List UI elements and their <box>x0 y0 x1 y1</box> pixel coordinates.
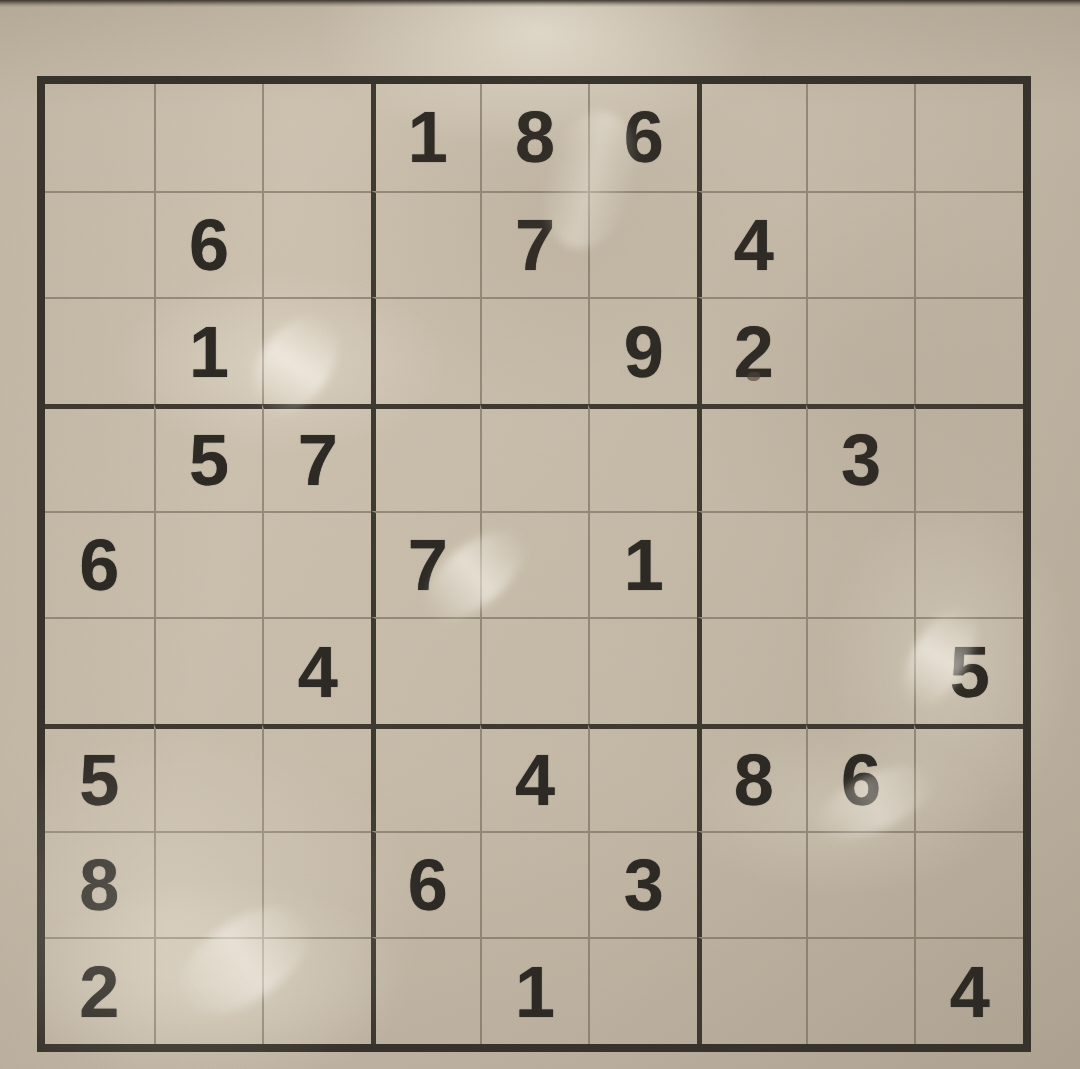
cell-r9c6[interactable] <box>588 937 697 1044</box>
cell-r8c6[interactable]: 3 <box>588 831 697 938</box>
cell-r8c5[interactable] <box>480 831 589 938</box>
cell-r4c2[interactable]: 5 <box>154 404 263 511</box>
cell-r5c5[interactable] <box>480 511 589 618</box>
cell-r3c1[interactable] <box>45 297 154 404</box>
cell-r5c8[interactable] <box>806 511 915 618</box>
cell-r5c6[interactable]: 1 <box>588 511 697 618</box>
photo-edge-shadow <box>0 0 1080 7</box>
cell-r2c6[interactable] <box>588 191 697 298</box>
cell-r2c1[interactable] <box>45 191 154 298</box>
cell-r2c7[interactable]: 4 <box>697 191 806 298</box>
cell-r1c7[interactable] <box>697 84 806 191</box>
cell-r5c2[interactable] <box>154 511 263 618</box>
cell-r2c3[interactable] <box>262 191 371 298</box>
cell-r1c2[interactable] <box>154 84 263 191</box>
cell-r2c2[interactable]: 6 <box>154 191 263 298</box>
cell-r7c9[interactable] <box>914 724 1023 831</box>
cell-r1c5[interactable]: 8 <box>480 84 589 191</box>
cell-r9c5[interactable]: 1 <box>480 937 589 1044</box>
cell-r3c7[interactable]: 2 <box>697 297 806 404</box>
cell-r8c3[interactable] <box>262 831 371 938</box>
cell-r1c9[interactable] <box>914 84 1023 191</box>
cell-r8c8[interactable] <box>806 831 915 938</box>
cell-r3c6[interactable]: 9 <box>588 297 697 404</box>
cell-r6c6[interactable] <box>588 617 697 724</box>
cell-r3c8[interactable] <box>806 297 915 404</box>
cell-r8c1[interactable]: 8 <box>45 831 154 938</box>
cell-r1c8[interactable] <box>806 84 915 191</box>
cell-r3c2[interactable]: 1 <box>154 297 263 404</box>
cell-r1c4[interactable]: 1 <box>371 84 480 191</box>
cell-r9c1[interactable]: 2 <box>45 937 154 1044</box>
cell-r7c2[interactable] <box>154 724 263 831</box>
cell-r9c3[interactable] <box>262 937 371 1044</box>
cell-r4c5[interactable] <box>480 404 589 511</box>
cell-r2c5[interactable]: 7 <box>480 191 589 298</box>
cell-r4c6[interactable] <box>588 404 697 511</box>
cell-r4c7[interactable] <box>697 404 806 511</box>
cell-r6c1[interactable] <box>45 617 154 724</box>
cell-r7c5[interactable]: 4 <box>480 724 589 831</box>
cell-r3c4[interactable] <box>371 297 480 404</box>
cell-r7c6[interactable] <box>588 724 697 831</box>
cell-r3c5[interactable] <box>480 297 589 404</box>
cell-r2c8[interactable] <box>806 191 915 298</box>
cell-r6c5[interactable] <box>480 617 589 724</box>
cell-r3c3[interactable] <box>262 297 371 404</box>
paper-photo: { "game": "sudoku", "grid_size": 9, "pos… <box>0 0 1080 1069</box>
cell-r1c3[interactable] <box>262 84 371 191</box>
cell-r9c4[interactable] <box>371 937 480 1044</box>
cell-r4c9[interactable] <box>914 404 1023 511</box>
sudoku-board: 186674192573671455486863214 <box>37 76 1031 1052</box>
cell-r8c7[interactable] <box>697 831 806 938</box>
cell-r6c7[interactable] <box>697 617 806 724</box>
cell-r6c3[interactable]: 4 <box>262 617 371 724</box>
cell-r5c4[interactable]: 7 <box>371 511 480 618</box>
cell-r7c8[interactable]: 6 <box>806 724 915 831</box>
cell-r9c7[interactable] <box>697 937 806 1044</box>
cell-r2c4[interactable] <box>371 191 480 298</box>
cell-r6c8[interactable] <box>806 617 915 724</box>
cell-r6c2[interactable] <box>154 617 263 724</box>
cell-r5c1[interactable]: 6 <box>45 511 154 618</box>
cell-r7c1[interactable]: 5 <box>45 724 154 831</box>
cell-r8c4[interactable]: 6 <box>371 831 480 938</box>
cell-r5c9[interactable] <box>914 511 1023 618</box>
cell-r9c2[interactable] <box>154 937 263 1044</box>
cell-r9c8[interactable] <box>806 937 915 1044</box>
cell-r4c3[interactable]: 7 <box>262 404 371 511</box>
cell-r3c9[interactable] <box>914 297 1023 404</box>
cell-r4c8[interactable]: 3 <box>806 404 915 511</box>
cell-r6c4[interactable] <box>371 617 480 724</box>
cell-r4c4[interactable] <box>371 404 480 511</box>
cell-r8c9[interactable] <box>914 831 1023 938</box>
cell-r2c9[interactable] <box>914 191 1023 298</box>
cell-r5c3[interactable] <box>262 511 371 618</box>
cell-r7c7[interactable]: 8 <box>697 724 806 831</box>
cell-r4c1[interactable] <box>45 404 154 511</box>
cell-r7c4[interactable] <box>371 724 480 831</box>
cell-r1c6[interactable]: 6 <box>588 84 697 191</box>
cell-r5c7[interactable] <box>697 511 806 618</box>
cell-r7c3[interactable] <box>262 724 371 831</box>
cell-r8c2[interactable] <box>154 831 263 938</box>
cell-r9c9[interactable]: 4 <box>914 937 1023 1044</box>
cell-r6c9[interactable]: 5 <box>914 617 1023 724</box>
cell-r1c1[interactable] <box>45 84 154 191</box>
